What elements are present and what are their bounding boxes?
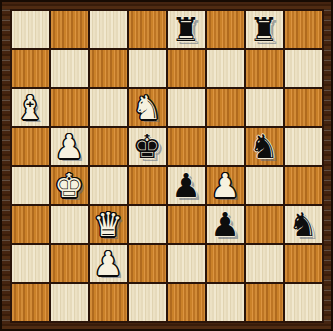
square-d5[interactable]: ♚ <box>129 128 166 165</box>
square-b4[interactable]: ♚ <box>51 167 88 204</box>
square-g2[interactable] <box>246 245 283 282</box>
square-c8[interactable] <box>90 11 127 48</box>
square-b2[interactable] <box>51 245 88 282</box>
square-g8[interactable]: ♜ <box>246 11 283 48</box>
white-queen[interactable]: ♛ <box>93 206 123 243</box>
square-d8[interactable] <box>129 11 166 48</box>
black-rook[interactable]: ♜ <box>249 11 279 48</box>
square-f2[interactable] <box>207 245 244 282</box>
black-king[interactable]: ♚ <box>132 128 162 165</box>
square-d4[interactable] <box>129 167 166 204</box>
square-b7[interactable] <box>51 50 88 87</box>
square-a4[interactable] <box>12 167 49 204</box>
square-d3[interactable] <box>129 206 166 243</box>
square-a5[interactable] <box>12 128 49 165</box>
black-pawn[interactable]: ♟ <box>210 206 240 243</box>
square-e1[interactable] <box>168 284 205 321</box>
square-b3[interactable] <box>51 206 88 243</box>
square-e4[interactable]: ♟ <box>168 167 205 204</box>
square-f4[interactable]: ♟ <box>207 167 244 204</box>
square-h2[interactable] <box>285 245 322 282</box>
square-d1[interactable] <box>129 284 166 321</box>
white-bishop[interactable]: ♝ <box>15 89 45 126</box>
white-pawn[interactable]: ♟ <box>54 128 84 165</box>
square-b6[interactable] <box>51 89 88 126</box>
square-f8[interactable] <box>207 11 244 48</box>
square-a2[interactable] <box>12 245 49 282</box>
square-h1[interactable] <box>285 284 322 321</box>
square-a7[interactable] <box>12 50 49 87</box>
square-g7[interactable] <box>246 50 283 87</box>
square-e3[interactable] <box>168 206 205 243</box>
square-g6[interactable] <box>246 89 283 126</box>
square-h5[interactable] <box>285 128 322 165</box>
square-f5[interactable] <box>207 128 244 165</box>
square-e5[interactable] <box>168 128 205 165</box>
square-e2[interactable] <box>168 245 205 282</box>
white-pawn[interactable]: ♟ <box>93 245 123 282</box>
square-h4[interactable] <box>285 167 322 204</box>
square-b5[interactable]: ♟ <box>51 128 88 165</box>
square-c6[interactable] <box>90 89 127 126</box>
white-knight[interactable]: ♞ <box>132 89 162 126</box>
square-h8[interactable] <box>285 11 322 48</box>
square-e6[interactable] <box>168 89 205 126</box>
square-d7[interactable] <box>129 50 166 87</box>
square-c1[interactable] <box>90 284 127 321</box>
square-a1[interactable] <box>12 284 49 321</box>
square-f3[interactable]: ♟ <box>207 206 244 243</box>
square-d2[interactable] <box>129 245 166 282</box>
square-b8[interactable] <box>51 11 88 48</box>
black-knight[interactable]: ♞ <box>288 206 318 243</box>
square-e7[interactable] <box>168 50 205 87</box>
square-f1[interactable] <box>207 284 244 321</box>
board-frame: ♜♜♝♞♟♚♞♚♟♟♛♟♞♟ <box>0 0 333 331</box>
square-c5[interactable] <box>90 128 127 165</box>
square-f6[interactable] <box>207 89 244 126</box>
square-h3[interactable]: ♞ <box>285 206 322 243</box>
square-g5[interactable]: ♞ <box>246 128 283 165</box>
square-a6[interactable]: ♝ <box>12 89 49 126</box>
square-f7[interactable] <box>207 50 244 87</box>
square-a3[interactable] <box>12 206 49 243</box>
black-rook[interactable]: ♜ <box>171 11 201 48</box>
square-e8[interactable]: ♜ <box>168 11 205 48</box>
square-g1[interactable] <box>246 284 283 321</box>
black-knight[interactable]: ♞ <box>249 128 279 165</box>
square-h7[interactable] <box>285 50 322 87</box>
square-h6[interactable] <box>285 89 322 126</box>
square-c2[interactable]: ♟ <box>90 245 127 282</box>
square-a8[interactable] <box>12 11 49 48</box>
square-g3[interactable] <box>246 206 283 243</box>
square-d6[interactable]: ♞ <box>129 89 166 126</box>
chess-board: ♜♜♝♞♟♚♞♚♟♟♛♟♞♟ <box>10 9 324 323</box>
square-c3[interactable]: ♛ <box>90 206 127 243</box>
square-g4[interactable] <box>246 167 283 204</box>
square-b1[interactable] <box>51 284 88 321</box>
black-pawn[interactable]: ♟ <box>171 167 201 204</box>
square-c7[interactable] <box>90 50 127 87</box>
white-king[interactable]: ♚ <box>54 167 84 204</box>
white-pawn[interactable]: ♟ <box>210 167 240 204</box>
square-c4[interactable] <box>90 167 127 204</box>
